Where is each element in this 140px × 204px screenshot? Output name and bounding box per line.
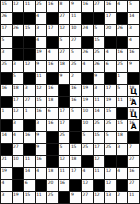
cell-r4c12[interactable]: 4: [128, 37, 139, 48]
cell-number: 19: [13, 192, 18, 197]
block-cell-r4c3: [24, 37, 35, 48]
cell-number: 18: [117, 132, 122, 137]
cell-number: 16: [129, 49, 134, 54]
cell-r7c7[interactable]: 2: [70, 73, 81, 84]
cell-r8c5[interactable]: 16: [47, 85, 58, 96]
cell-r13c8[interactable]: 25: [82, 144, 93, 155]
cell-r5c10[interactable]: 4: [105, 49, 116, 60]
cell-r1c11[interactable]: 4: [117, 1, 128, 12]
cell-number: 5: [83, 132, 86, 137]
cell-number: 10: [71, 25, 76, 30]
cell-number: 27: [129, 180, 134, 185]
cell-r12c10[interactable]: 5: [105, 132, 116, 143]
cell-r12c9[interactable]: 15: [94, 132, 105, 143]
cell-number: 16: [25, 132, 30, 137]
cell-number: 9: [71, 1, 74, 6]
cell-r8c1[interactable]: 16: [1, 85, 12, 96]
cell-number: 17: [94, 144, 99, 149]
cell-number: 17: [2, 25, 7, 30]
cell-r10c5[interactable]: 6: [47, 108, 58, 119]
cell-number: 16: [36, 156, 41, 161]
cell-r2c6[interactable]: 27: [59, 13, 70, 24]
cell-r16c5[interactable]: 20: [47, 180, 58, 191]
cell-r16c12[interactable]: 27: [128, 180, 139, 191]
cell-r8c11[interactable]: 5: [117, 85, 128, 96]
cell-number: 4: [106, 49, 109, 54]
cell-number: 3: [2, 49, 5, 54]
cell-r15c8[interactable]: 4: [82, 168, 93, 179]
block-cell-r13c3: [24, 144, 35, 155]
cell-number: 16: [83, 1, 88, 6]
cell-r6c9[interactable]: 26: [94, 61, 105, 72]
cell-number: 2: [71, 73, 74, 78]
block-cell-r7c1: [1, 73, 12, 84]
cell-number: 5: [71, 108, 74, 113]
cell-number: 12: [13, 1, 18, 6]
cell-r14c2[interactable]: 10: [13, 156, 24, 167]
cell-r17c8[interactable]: 27: [82, 192, 93, 203]
cell-r1c6[interactable]: 8: [59, 1, 70, 12]
cell-number: 18: [13, 85, 18, 90]
cell-r5c8[interactable]: 26: [82, 49, 93, 60]
cell-r5c4[interactable]: 19: [36, 49, 47, 60]
cell-r1c1[interactable]: 15: [1, 1, 12, 12]
cell-number: 11: [36, 73, 41, 78]
cell-number: 27: [83, 192, 88, 197]
cell-number: 25: [94, 120, 99, 125]
block-cell-r16c7: [70, 180, 81, 191]
cell-r4c9[interactable]: 15: [94, 37, 105, 48]
cell-r10c1[interactable]: 1: [1, 108, 12, 119]
block-cell-r14c5: [47, 156, 58, 167]
cell-number: 6: [25, 180, 28, 185]
cell-number: 25: [59, 132, 64, 137]
cell-r6c3[interactable]: 12: [24, 61, 35, 72]
cell-r1c10[interactable]: 16: [105, 1, 116, 12]
cell-r5c1[interactable]: 3: [1, 49, 12, 60]
cell-r16c6[interactable]: 16: [59, 180, 70, 191]
cell-r2c4[interactable]: 4: [36, 13, 47, 24]
block-cell-r16c2: [13, 180, 24, 191]
cell-r13c7[interactable]: 15: [70, 144, 81, 155]
cell-number: 12: [83, 180, 88, 185]
cell-r5c11[interactable]: 16: [117, 49, 128, 60]
cell-r9c9[interactable]: 11: [94, 97, 105, 108]
cell-r15c9[interactable]: 11: [94, 168, 105, 179]
cell-number: 15: [94, 37, 99, 42]
cell-r17c9[interactable]: 12: [94, 192, 105, 203]
cell-r16c1[interactable]: 4: [1, 180, 12, 191]
cell-number: 4: [13, 132, 16, 137]
cell-r11c10[interactable]: 25: [105, 120, 116, 131]
cell-r12c2[interactable]: 4: [13, 132, 24, 143]
cell-r6c5[interactable]: 16: [47, 61, 58, 72]
cell-r8c10[interactable]: 17: [105, 85, 116, 96]
block-cell-r17c6: [59, 192, 70, 203]
cell-number: 27: [94, 1, 99, 6]
cell-number: 15: [106, 108, 111, 113]
cell-r9c4[interactable]: 15: [36, 97, 47, 108]
cell-r1c8[interactable]: 16: [82, 1, 93, 12]
cell-number: 4: [2, 180, 5, 185]
cell-r15c10[interactable]: 12: [105, 168, 116, 179]
cell-number: 16: [71, 97, 76, 102]
cell-number: 19: [2, 168, 7, 173]
cell-r15c5[interactable]: 18: [47, 168, 58, 179]
cell-r2c1[interactable]: 26: [1, 13, 12, 24]
block-cell-r15c2: [13, 168, 24, 179]
block-cell-r11c1: [1, 120, 12, 131]
cell-number: 3: [36, 25, 39, 30]
cell-r13c4[interactable]: 9: [36, 144, 47, 155]
cell-r10c2[interactable]: 12: [13, 108, 24, 119]
cell-r16c8[interactable]: 12: [82, 180, 93, 191]
cell-number: 4: [83, 168, 86, 173]
cell-number: 17: [106, 13, 111, 18]
cell-number: 17: [59, 120, 64, 125]
cell-number: 17: [71, 168, 76, 173]
cell-r14c4[interactable]: 16: [36, 156, 47, 167]
cell-number: 25: [94, 49, 99, 54]
cell-r8c4[interactable]: 12: [36, 85, 47, 96]
cell-number: 5: [13, 73, 16, 78]
cell-r5c5[interactable]: 4: [47, 49, 58, 60]
block-cell-r7c12: [128, 73, 139, 84]
cell-number: 11: [25, 156, 30, 161]
cell-r7c2[interactable]: 5: [13, 73, 24, 84]
cell-r6c12[interactable]: 9: [128, 61, 139, 72]
cell-r1c7[interactable]: 9: [70, 1, 81, 12]
cell-r14c1[interactable]: 21: [1, 156, 12, 167]
cell-r13c9[interactable]: 17: [94, 144, 105, 155]
cell-r17c12[interactable]: 11: [128, 192, 139, 203]
block-cell-r11c7: [70, 120, 81, 131]
cell-number: 21: [2, 156, 7, 161]
cell-r13c2[interactable]: 27: [13, 144, 24, 155]
cell-r6c8[interactable]: 4: [82, 61, 93, 72]
cell-r1c12[interactable]: 5: [128, 1, 139, 12]
cell-number: 14: [94, 108, 99, 113]
block-cell-r16c11: [117, 180, 128, 191]
cell-r15c11[interactable]: 4: [117, 168, 128, 179]
cell-number: 25: [106, 120, 111, 125]
cell-number: 2: [117, 192, 120, 197]
cell-r10c3[interactable]: 1: [24, 108, 35, 119]
cell-r6c1[interactable]: 25: [1, 61, 12, 72]
cell-number: 26: [94, 61, 99, 66]
cell-r3c12[interactable]: 3: [128, 25, 139, 36]
cell-r13c12[interactable]: 7: [128, 144, 139, 155]
cell-number: 16: [71, 85, 76, 90]
cell-number: 5: [59, 37, 62, 42]
cell-r1c9[interactable]: 27: [94, 1, 105, 12]
cell-number: 7: [129, 144, 132, 149]
cell-r11c8[interactable]: 10: [82, 120, 93, 131]
cell-r8c9[interactable]: 3: [94, 85, 105, 96]
cell-r14c6[interactable]: 12: [59, 156, 70, 167]
cell-r11c5[interactable]: 16: [47, 120, 58, 131]
cell-r3c11[interactable]: 26: [117, 25, 128, 36]
cell-r15c1[interactable]: 19: [1, 168, 12, 179]
cell-number: 15: [36, 97, 41, 102]
cell-r16c3[interactable]: 6: [24, 180, 35, 191]
cell-r17c2[interactable]: 19: [13, 192, 24, 203]
cell-r6c6[interactable]: 18: [59, 61, 70, 72]
cell-number: 17: [48, 25, 53, 30]
cell-r9c12[interactable]: 16А: [128, 97, 139, 108]
cell-r3c1[interactable]: 17: [1, 25, 12, 36]
cell-r3c2[interactable]: 26: [13, 25, 24, 36]
cell-number: 5: [94, 25, 97, 30]
cell-r7c6[interactable]: 9: [59, 73, 70, 84]
cell-number: 10: [83, 120, 88, 125]
cell-r4c4[interactable]: 4: [36, 37, 47, 48]
cell-r7c4[interactable]: 11: [36, 73, 47, 84]
cell-r3c5[interactable]: 17: [47, 25, 58, 36]
cell-r10c7[interactable]: 5: [70, 108, 81, 119]
cell-r5c6[interactable]: 27: [59, 49, 70, 60]
cell-r5c12[interactable]: 16: [128, 49, 139, 60]
cell-number: 19: [83, 97, 88, 102]
cell-number: 16: [59, 180, 64, 185]
cell-r12c3[interactable]: 16: [24, 132, 35, 143]
cell-number: 3: [36, 120, 39, 125]
cell-number: 15: [117, 120, 122, 125]
block-cell-r10c11: [117, 108, 128, 119]
cell-number: 25: [106, 144, 111, 149]
cell-r10c6[interactable]: 17: [59, 108, 70, 119]
cell-r9c11[interactable]: 11: [117, 97, 128, 108]
cell-r9c2[interactable]: 17: [13, 97, 24, 108]
cell-r17c3[interactable]: 15: [24, 192, 35, 203]
cell-r4c6[interactable]: 5: [59, 37, 70, 48]
cell-r17c11[interactable]: 2: [117, 192, 128, 203]
block-cell-r2c9: [94, 13, 105, 24]
cell-number: 12: [36, 85, 41, 90]
cell-r9c3[interactable]: 27: [24, 97, 35, 108]
cell-r17c4[interactable]: 11: [36, 192, 47, 203]
given-letter: А: [128, 99, 139, 107]
cell-r2c12[interactable]: 14: [128, 13, 139, 24]
cell-r15c7[interactable]: 17: [70, 168, 81, 179]
cell-r11c2[interactable]: 3: [13, 120, 24, 131]
cell-number: 5: [106, 132, 109, 137]
cell-number: 16: [48, 85, 53, 90]
cell-r14c12[interactable]: 27: [128, 156, 139, 167]
cell-number: 4: [117, 168, 120, 173]
cell-r10c8[interactable]: 10: [82, 108, 93, 119]
cell-number: 11: [117, 97, 122, 102]
cell-number: 16: [117, 49, 122, 54]
cell-number: 16: [48, 61, 53, 66]
cell-r8c8[interactable]: 19: [82, 85, 93, 96]
cell-number: 9: [36, 61, 39, 66]
cell-number: 25: [36, 1, 41, 6]
cell-r6c4[interactable]: 9: [36, 61, 47, 72]
cell-number: 25: [83, 144, 88, 149]
cell-r12c11[interactable]: 18: [117, 132, 128, 143]
cell-r8c2[interactable]: 18: [13, 85, 24, 96]
cell-r3c3[interactable]: 15: [24, 25, 35, 36]
cell-number: 4: [83, 61, 86, 66]
cell-r12c4[interactable]: 9: [36, 132, 47, 143]
cell-r17c7[interactable]: 9: [70, 192, 81, 203]
cell-r8c7[interactable]: 16: [70, 85, 81, 96]
block-cell-r2c8: [82, 13, 93, 24]
block-cell-r4c11: [117, 37, 128, 48]
cell-r4c7[interactable]: 27: [70, 37, 81, 48]
cell-r15c6[interactable]: 11: [59, 168, 70, 179]
cell-number: 5: [59, 144, 62, 149]
cell-number: 18: [71, 156, 76, 161]
cell-number: 17: [13, 97, 18, 102]
cell-r14c7[interactable]: 18: [70, 156, 81, 167]
cell-number: 3: [13, 120, 16, 125]
cell-r1c4[interactable]: 25: [36, 1, 47, 12]
cell-r13c6[interactable]: 5: [59, 144, 70, 155]
cell-r3c9[interactable]: 5: [94, 25, 105, 36]
cell-r2c7[interactable]: 11: [70, 13, 81, 24]
cell-r3c8[interactable]: 24: [82, 25, 93, 36]
cell-r14c3[interactable]: 11: [24, 156, 35, 167]
cell-r11c9[interactable]: 25: [94, 120, 105, 131]
cell-number: 1: [2, 108, 5, 113]
cell-r9c7[interactable]: 16: [70, 97, 81, 108]
cell-r7c11[interactable]: 1: [117, 73, 128, 84]
cell-r13c10[interactable]: 25: [105, 144, 116, 155]
cell-r11c6[interactable]: 17: [59, 120, 70, 131]
cell-number: 5: [2, 37, 5, 42]
cell-r12c8[interactable]: 5: [82, 132, 93, 143]
cell-r2c10[interactable]: 17: [105, 13, 116, 24]
block-cell-r8c6: [59, 85, 70, 96]
cell-r11c4[interactable]: 3: [36, 120, 47, 131]
cell-number: 16: [36, 108, 41, 113]
cell-number: 19: [83, 85, 88, 90]
cell-r16c10[interactable]: 12: [105, 180, 116, 191]
cell-r3c4[interactable]: 3: [36, 25, 47, 36]
cell-r3c6[interactable]: 12: [59, 25, 70, 36]
cell-number: 5: [71, 49, 74, 54]
cell-r9c10[interactable]: 19: [105, 97, 116, 108]
cell-r11c11[interactable]: 15: [117, 120, 128, 131]
cell-r6c2[interactable]: 3: [13, 61, 24, 72]
cell-number: 11: [59, 168, 64, 173]
cell-r5c7[interactable]: 5: [70, 49, 81, 60]
block-cell-r12c12: [128, 132, 139, 143]
cell-number: 12: [59, 156, 64, 161]
cell-r3c10[interactable]: 20: [105, 25, 116, 36]
cell-number: 6: [48, 108, 51, 113]
cell-number: 1: [117, 73, 120, 78]
cell-number: 5: [129, 1, 132, 6]
cell-number: 13: [106, 192, 111, 197]
cell-r17c5[interactable]: 25: [47, 192, 58, 203]
cell-r6c10[interactable]: 6: [105, 61, 116, 72]
cell-number: 14: [129, 13, 134, 18]
cell-r1c5[interactable]: 16: [47, 1, 58, 12]
block-cell-r4c10: [105, 37, 116, 48]
cell-r12c1[interactable]: 14: [1, 132, 12, 143]
cell-r8c3[interactable]: 3: [24, 85, 35, 96]
cell-number: 14: [25, 168, 30, 173]
cell-r15c3[interactable]: 14: [24, 168, 35, 179]
cell-number: 25: [117, 61, 122, 66]
cell-r1c2[interactable]: 12: [13, 1, 24, 12]
block-cell-r4c5: [47, 37, 58, 48]
cell-r11c12[interactable]: 16А: [128, 120, 139, 131]
cell-r4c1[interactable]: 5: [1, 37, 12, 48]
cell-r1c3[interactable]: 11: [24, 1, 35, 12]
block-cell-r2c3: [24, 13, 35, 24]
cell-number: 19: [36, 49, 41, 54]
cell-number: 24: [83, 25, 88, 30]
cell-r12c6[interactable]: 25: [59, 132, 70, 143]
cell-number: 20: [48, 180, 53, 185]
cell-number: 3: [94, 85, 97, 90]
cell-r14c9[interactable]: 12: [94, 156, 105, 167]
cell-number: 4: [36, 168, 39, 173]
cell-number: 15: [71, 144, 76, 149]
cell-number: 15: [94, 132, 99, 137]
cell-number: 27: [71, 37, 76, 42]
cell-number: 11: [129, 192, 134, 197]
cell-number: 11: [94, 97, 99, 102]
cell-r9c5[interactable]: 18: [47, 97, 58, 108]
cell-r10c12[interactable]: 18Ц: [128, 108, 139, 119]
cell-r13c11[interactable]: 3: [117, 144, 128, 155]
cell-r6c11[interactable]: 25: [117, 61, 128, 72]
block-cell-r2c11: [117, 13, 128, 24]
cell-number: 9: [36, 144, 39, 149]
cell-number: 26: [2, 13, 7, 18]
block-cell-r14c8: [82, 156, 93, 167]
cell-r3c7[interactable]: 10: [70, 25, 81, 36]
cell-r9c8[interactable]: 19: [82, 97, 93, 108]
cell-number: 25: [48, 192, 53, 197]
cell-r15c4[interactable]: 4: [36, 168, 47, 179]
cell-number: 20: [106, 25, 111, 30]
cell-number: 11: [25, 1, 30, 6]
cell-number: 12: [94, 156, 99, 161]
cell-r8c12[interactable]: 18Ц: [128, 85, 139, 96]
cell-r6c7[interactable]: 25: [70, 61, 81, 72]
cell-r17c10[interactable]: 13: [105, 192, 116, 203]
cell-r10c10[interactable]: 15: [105, 108, 116, 119]
cell-r5c9[interactable]: 25: [94, 49, 105, 60]
cell-number: 9: [59, 73, 62, 78]
cell-r17c1[interactable]: 3: [1, 192, 12, 203]
block-cell-r7c10: [105, 73, 116, 84]
cell-number: 19: [106, 97, 111, 102]
given-letter: Ц: [128, 88, 139, 96]
cell-r10c9[interactable]: 14: [94, 108, 105, 119]
cell-number: 4: [36, 37, 39, 42]
block-cell-r12c5: [47, 132, 58, 143]
cell-r7c9[interactable]: 9: [94, 73, 105, 84]
cell-number: 3: [13, 61, 16, 66]
cell-r15c12[interactable]: 16: [128, 168, 139, 179]
cell-number: 16: [129, 168, 134, 173]
cell-number: 18: [48, 97, 53, 102]
cell-number: 25: [71, 61, 76, 66]
block-cell-r9c6: [59, 97, 70, 108]
block-cell-r14c10: [105, 156, 116, 167]
cell-r10c4[interactable]: 16: [36, 108, 47, 119]
cell-number: 26: [13, 25, 18, 30]
cell-number: 3: [129, 25, 132, 30]
cell-number: 27: [59, 13, 64, 18]
